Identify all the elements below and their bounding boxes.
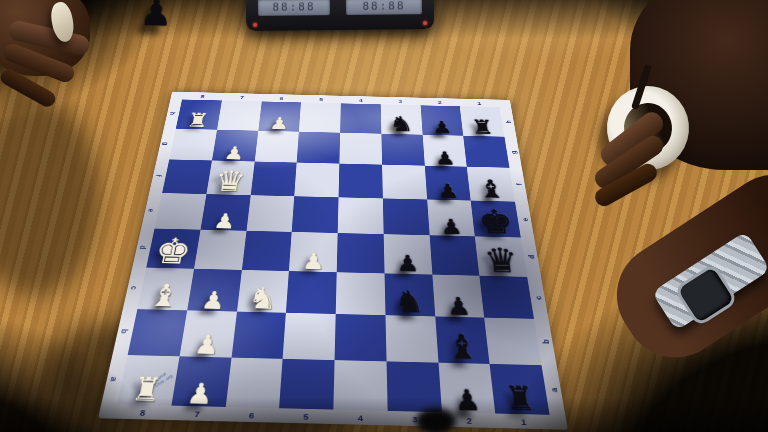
black-pawn-glyph: ♟	[440, 217, 463, 236]
square-b4	[335, 314, 387, 361]
rank-label-5: 5	[278, 408, 333, 424]
piece-black-bishop-f1[interactable]: ♝	[467, 167, 515, 202]
square-d6	[242, 231, 292, 271]
clock-display-left: 88:88	[258, 0, 330, 16]
rank-label-6: 6	[224, 407, 280, 423]
black-pawn-glyph: ♟	[396, 253, 419, 274]
square-b5	[283, 313, 336, 360]
white-bishop-glyph: ♝	[147, 282, 182, 310]
square-f4	[339, 164, 383, 199]
square-f6	[250, 162, 296, 196]
square-g4	[339, 132, 382, 164]
black-bishop-glyph: ♝	[477, 178, 506, 201]
square-f8	[162, 159, 212, 193]
black-pawn-glyph: ♟	[434, 150, 456, 167]
piece-black-pawn-h2[interactable]: ♟	[420, 105, 463, 135]
piece-black-queen-d1[interactable]: ♛	[475, 236, 527, 276]
piece-white-queen-f7[interactable]: ♛	[206, 160, 254, 194]
white-queen-glyph: ♛	[212, 168, 247, 195]
square-e5	[292, 196, 339, 233]
white-rook-glyph: ♜	[130, 375, 164, 405]
clock-led-right	[423, 21, 427, 25]
scene: 87654321 87654321 hgfedcba hgfedcba ♜♜♝♚…	[0, 0, 768, 432]
black-pawn-glyph: ♟	[454, 387, 482, 414]
piece-black-king-e1[interactable]: ♚	[471, 200, 521, 237]
white-pawn-glyph: ♟	[212, 211, 236, 230]
piece-white-pawn-b7[interactable]: ♟	[179, 310, 236, 357]
square-c5	[286, 271, 337, 314]
board-grid: ♜♜♝♚♛♟♟♟♟♟♟♞♟♞♟♞♟♟♟♟♟♝♟♜♝♚♛♜	[117, 99, 549, 414]
black-rook-glyph: ♜	[471, 119, 495, 137]
piece-black-pawn-f2[interactable]: ♟	[424, 166, 470, 201]
piece-white-pawn-e7[interactable]: ♟	[200, 194, 250, 231]
square-g3	[381, 133, 424, 165]
piece-white-pawn-h6[interactable]: ♟	[258, 101, 301, 131]
square-a5	[279, 358, 334, 409]
square-h7	[217, 100, 262, 130]
black-king-glyph: ♚	[477, 207, 515, 237]
piece-black-pawn-g2[interactable]: ♟	[422, 134, 467, 166]
piece-black-knight-c3[interactable]: ♞	[384, 273, 435, 316]
square-g8	[169, 128, 217, 160]
square-c4	[336, 272, 386, 315]
white-king-glyph: ♚	[152, 236, 193, 268]
left-player-hand	[0, 0, 130, 130]
black-rook-glyph: ♜	[504, 384, 537, 414]
square-f5	[294, 163, 339, 197]
black-queen-glyph: ♛	[482, 245, 520, 276]
square-b8	[128, 309, 187, 356]
square-e3	[383, 198, 430, 235]
square-g5	[297, 131, 340, 163]
piece-black-pawn-a2[interactable]: ♟	[438, 362, 496, 413]
piece-black-bishop-b2[interactable]: ♝	[435, 316, 490, 363]
piece-white-rook-h8[interactable]: ♜	[176, 99, 222, 129]
square-e8	[155, 193, 207, 230]
black-knight-glyph: ♞	[389, 115, 414, 134]
square-d4	[337, 233, 385, 273]
piece-white-bishop-c8[interactable]: ♝	[137, 267, 194, 310]
square-c1	[480, 275, 534, 318]
square-a4	[333, 360, 387, 411]
square-g1	[463, 135, 509, 167]
square-a6	[225, 357, 283, 408]
white-rook-glyph: ♜	[185, 112, 210, 130]
square-b3	[385, 315, 438, 362]
table-shadow-blob	[416, 408, 456, 432]
white-pawn-glyph: ♟	[185, 380, 214, 406]
square-d2	[429, 235, 479, 275]
black-pawn-glyph: ♟	[437, 182, 459, 200]
piece-white-pawn-a7[interactable]: ♟	[171, 356, 231, 407]
square-e4	[338, 197, 384, 234]
piece-black-pawn-c2[interactable]: ♟	[432, 274, 484, 317]
chess-clock[interactable]: 88:88 88:88	[246, 0, 434, 31]
piece-black-pawn-e2[interactable]: ♟	[427, 199, 475, 236]
clock-display-right: 88:88	[346, 0, 422, 15]
piece-black-rook-h1[interactable]: ♜	[460, 106, 504, 136]
black-bishop-glyph: ♝	[446, 332, 480, 363]
clock-led-left	[253, 23, 257, 27]
piece-white-pawn-g7[interactable]: ♟	[212, 129, 258, 161]
square-b6	[231, 312, 286, 359]
piece-white-king-d8[interactable]: ♚	[146, 229, 200, 269]
captured-black-pawn[interactable]: ♟	[139, 0, 173, 34]
white-pawn-glyph: ♟	[193, 333, 221, 357]
white-pawn-glyph: ♟	[302, 251, 325, 272]
black-knight-glyph: ♞	[395, 288, 425, 316]
piece-black-rook-a1[interactable]: ♜	[490, 363, 550, 414]
square-h4	[340, 103, 381, 133]
black-pawn-glyph: ♟	[432, 120, 453, 136]
white-pawn-glyph: ♟	[223, 145, 245, 162]
rank-label-4: 4	[333, 410, 388, 426]
square-f3	[382, 165, 427, 200]
square-h5	[299, 102, 341, 132]
black-pawn-glyph: ♟	[446, 295, 471, 317]
piece-white-knight-c6[interactable]: ♞	[237, 270, 290, 313]
piece-white-pawn-d5[interactable]: ♟	[289, 232, 338, 272]
square-g6	[254, 130, 299, 162]
chess-board: 87654321 87654321 hgfedcba hgfedcba ♜♜♝♚…	[98, 92, 568, 430]
white-pawn-glyph: ♟	[200, 289, 226, 311]
white-pawn-glyph: ♟	[269, 116, 290, 131]
piece-white-pawn-c7[interactable]: ♟	[187, 268, 242, 311]
piece-white-rook-a8[interactable]: ♜	[117, 355, 179, 406]
white-knight-glyph: ♞	[247, 285, 278, 313]
piece-black-knight-h3[interactable]: ♞	[381, 104, 423, 134]
square-a3	[386, 361, 441, 412]
square-d7	[194, 230, 246, 270]
square-e6	[246, 195, 294, 232]
piece-black-pawn-d3[interactable]: ♟	[383, 234, 431, 274]
square-b1	[484, 318, 541, 365]
